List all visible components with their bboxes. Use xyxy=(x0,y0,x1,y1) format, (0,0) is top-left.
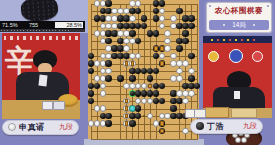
move-number-marker xyxy=(154,46,158,50)
sponsor-emblem xyxy=(252,51,263,62)
white-stone xyxy=(188,90,195,97)
move-number-marker xyxy=(160,61,164,65)
left-player-label: 申真谞 九段 xyxy=(2,120,79,135)
ticker-strip xyxy=(0,29,85,32)
stone-lid-box xyxy=(53,101,65,110)
white-stone xyxy=(129,15,136,22)
sponsor-emblem xyxy=(229,49,243,63)
broadcast-screen: 71.5% 755 28.5% 辛 申真谞 九段 农心杯围棋赛 14局 xyxy=(0,0,275,145)
go-board xyxy=(88,0,199,139)
black-stone xyxy=(176,45,183,52)
black-stone xyxy=(188,53,195,60)
white-stone xyxy=(235,137,241,143)
white-stone xyxy=(182,98,189,105)
black-stone xyxy=(182,30,189,37)
backdrop-pattern xyxy=(4,36,78,40)
move-number-marker xyxy=(125,99,129,103)
table-box xyxy=(205,107,229,118)
black-stone xyxy=(188,15,195,22)
winrate-left-value: 71.5% xyxy=(2,21,18,29)
white-stone xyxy=(170,15,177,22)
black-stone xyxy=(159,0,166,7)
white-stone xyxy=(164,30,171,37)
event-title: 农心杯围棋赛 xyxy=(207,6,271,16)
backdrop-header-strip xyxy=(203,36,272,43)
black-stone xyxy=(170,105,177,112)
black-stone xyxy=(105,75,112,82)
black-stone xyxy=(105,60,112,67)
white-stone xyxy=(176,68,183,75)
black-stone xyxy=(188,75,195,82)
capture-counter-box xyxy=(194,109,206,118)
white-stone-icon xyxy=(8,123,16,131)
move-number-marker xyxy=(148,84,152,88)
move-number-marker xyxy=(125,61,129,65)
white-stone xyxy=(159,15,166,22)
winrate-bar: 71.5% 755 28.5% xyxy=(0,21,85,29)
strip-dot xyxy=(253,24,255,26)
black-stone xyxy=(194,83,201,90)
white-stone xyxy=(188,68,195,75)
black-stone xyxy=(182,38,189,45)
black-stone xyxy=(153,90,160,97)
left-player-shirt xyxy=(38,75,47,87)
table-box xyxy=(231,108,257,118)
black-stone xyxy=(147,75,154,82)
black-stone xyxy=(117,75,124,82)
stone-lid-box xyxy=(42,101,53,110)
black-stone-icon xyxy=(196,122,204,130)
black-stone xyxy=(129,30,136,37)
black-stone xyxy=(129,75,136,82)
table-edge-strip xyxy=(84,139,204,145)
right-player-name: 丁浩 xyxy=(207,121,224,132)
black-stone xyxy=(88,90,95,97)
star-point xyxy=(143,115,145,117)
white-stone xyxy=(182,60,189,67)
winrate-center-value: 755 xyxy=(29,21,38,29)
right-player-label: 丁浩 九段 xyxy=(190,119,263,134)
white-stone xyxy=(241,137,247,143)
white-stone xyxy=(164,45,171,52)
winrate-right-value: 28.5% xyxy=(55,22,83,28)
black-stone xyxy=(153,30,160,37)
white-stone xyxy=(182,128,189,135)
sponsor-emblem xyxy=(208,51,219,62)
left-player-video: 辛 xyxy=(2,33,80,119)
right-player-shirt xyxy=(234,91,240,99)
black-stone xyxy=(176,8,183,15)
white-stone xyxy=(100,105,107,112)
move-number-marker xyxy=(125,114,129,118)
move-number-marker xyxy=(160,121,164,125)
white-stone xyxy=(170,53,177,60)
move-number-marker xyxy=(125,121,129,125)
right-player-video xyxy=(203,36,272,118)
white-stone xyxy=(100,90,107,97)
event-game-label: 14局 xyxy=(232,20,246,30)
badge-corner-dot xyxy=(267,5,269,7)
move-number-marker xyxy=(160,129,164,133)
black-stone xyxy=(141,15,148,22)
white-stone xyxy=(123,45,130,52)
move-number-marker xyxy=(125,106,129,110)
move-number-marker xyxy=(160,46,164,50)
event-game-strip: 14局 xyxy=(209,20,269,30)
black-stone xyxy=(129,120,136,127)
white-stone xyxy=(176,75,183,82)
badge-corner-dot xyxy=(209,5,211,7)
right-player-rank: 九段 xyxy=(243,121,257,131)
strip-dot xyxy=(223,24,225,26)
event-badge: 农心杯围棋赛 14局 xyxy=(206,2,272,33)
left-player-rank: 九段 xyxy=(59,122,73,132)
black-stone xyxy=(105,0,112,7)
move-number-marker xyxy=(131,61,135,65)
left-player-name: 申真谞 xyxy=(19,122,45,133)
black-stone xyxy=(188,23,195,30)
black-stone xyxy=(105,120,112,127)
